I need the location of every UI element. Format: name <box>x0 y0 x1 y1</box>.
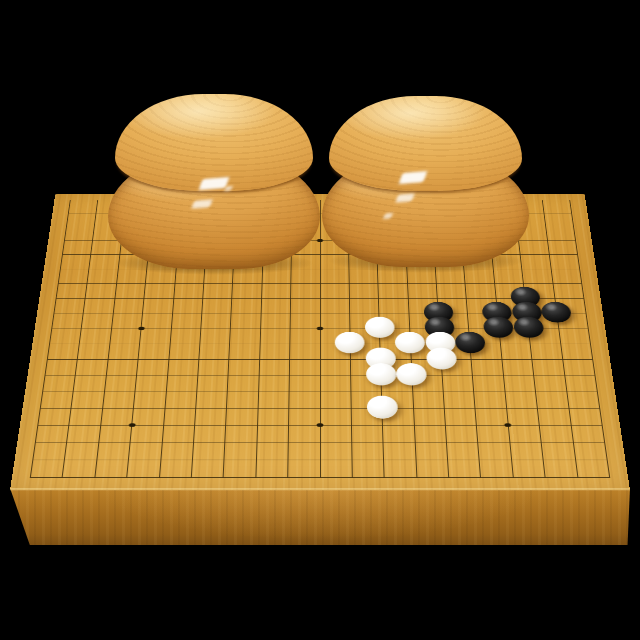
black-stone <box>540 302 572 323</box>
goban-top-face <box>10 194 630 490</box>
star-point <box>317 423 324 427</box>
black-stone <box>513 317 545 338</box>
grid-line-horizontal <box>43 392 598 393</box>
grid-line-horizontal <box>35 442 604 443</box>
star-point <box>128 423 135 427</box>
star-point <box>138 327 145 330</box>
go-bowl-right <box>322 96 529 268</box>
white-stone <box>335 332 365 354</box>
grid-line-horizontal <box>33 460 607 461</box>
white-stone <box>366 363 397 385</box>
white-stone <box>366 396 397 419</box>
go-board-photo <box>0 0 640 640</box>
bowl-lid <box>329 96 522 191</box>
grid-line-horizontal <box>30 477 609 478</box>
grid-line-vertical <box>30 200 71 478</box>
grid-line-horizontal <box>40 408 599 409</box>
goban <box>10 194 630 490</box>
white-stone <box>395 332 426 354</box>
white-stone <box>396 363 427 385</box>
star-point <box>317 327 323 330</box>
black-stone <box>454 332 485 354</box>
star-point <box>504 423 511 427</box>
black-stone <box>483 317 515 338</box>
go-bowl-left <box>108 94 320 270</box>
grid-line-vertical <box>62 200 98 478</box>
bowl-lid <box>115 94 312 191</box>
grid-line-vertical <box>541 200 577 478</box>
white-stone <box>425 347 456 369</box>
white-stone <box>365 317 395 338</box>
goban-side-face <box>10 488 630 545</box>
grid-line-vertical <box>569 200 610 478</box>
